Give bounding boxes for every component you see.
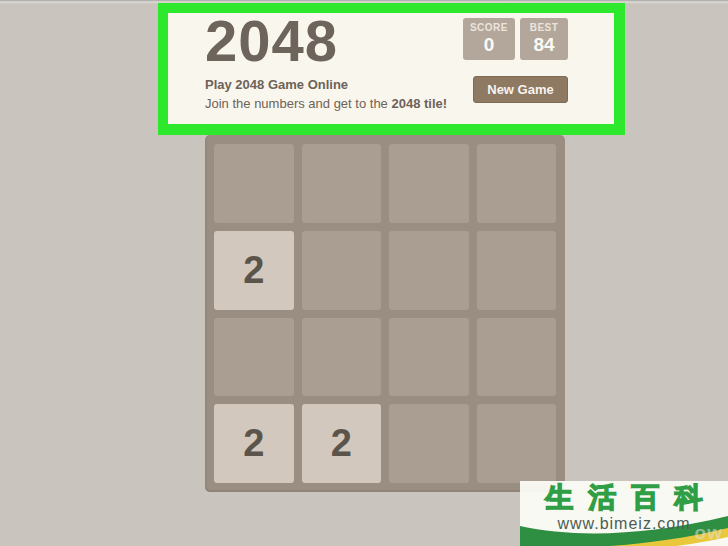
empty-cell bbox=[302, 318, 382, 397]
empty-cell bbox=[389, 404, 469, 483]
annotation-highlight-box: 2048 SCORE 0 BEST 84 Play 2048 Game Onli… bbox=[158, 3, 625, 135]
empty-cell bbox=[477, 231, 557, 310]
empty-cell bbox=[214, 318, 294, 397]
watermark-brand-text: 生活百科 bbox=[520, 481, 728, 515]
subtitle: Join the numbers and get to the 2048 til… bbox=[205, 96, 447, 111]
best-box: BEST 84 bbox=[520, 18, 568, 60]
empty-cell bbox=[477, 404, 557, 483]
score-box: SCORE 0 bbox=[463, 18, 515, 60]
screenshot-root: 2048 SCORE 0 BEST 84 Play 2048 Game Onli… bbox=[0, 0, 728, 546]
empty-cell bbox=[302, 144, 382, 223]
watermark-ghost-text: ow bbox=[695, 522, 723, 544]
new-game-button[interactable]: New Game bbox=[473, 76, 568, 103]
empty-cell bbox=[389, 318, 469, 397]
tile-2: 2 bbox=[214, 404, 294, 483]
score-value: 0 bbox=[484, 34, 495, 56]
subtitle-text: Join the numbers and get to the bbox=[205, 96, 391, 111]
tagline: Play 2048 Game Online bbox=[205, 77, 348, 92]
game-board: 222 bbox=[205, 135, 565, 492]
best-value: 84 bbox=[533, 34, 554, 56]
best-label: BEST bbox=[530, 22, 559, 33]
score-label: SCORE bbox=[470, 22, 508, 33]
tile-2: 2 bbox=[214, 231, 294, 310]
tile-2: 2 bbox=[302, 404, 382, 483]
game-header: 2048 SCORE 0 BEST 84 Play 2048 Game Onli… bbox=[168, 13, 614, 124]
watermark-overlay: 生活百科 www.bimeiz.com ow bbox=[520, 481, 728, 546]
empty-cell bbox=[389, 231, 469, 310]
empty-cell bbox=[477, 144, 557, 223]
empty-cell bbox=[477, 318, 557, 397]
subtitle-goal: 2048 tile! bbox=[391, 96, 447, 111]
empty-cell bbox=[302, 231, 382, 310]
empty-cell bbox=[389, 144, 469, 223]
score-panel: SCORE 0 BEST 84 bbox=[463, 18, 568, 60]
empty-cell bbox=[214, 144, 294, 223]
game-title: 2048 bbox=[205, 12, 338, 70]
